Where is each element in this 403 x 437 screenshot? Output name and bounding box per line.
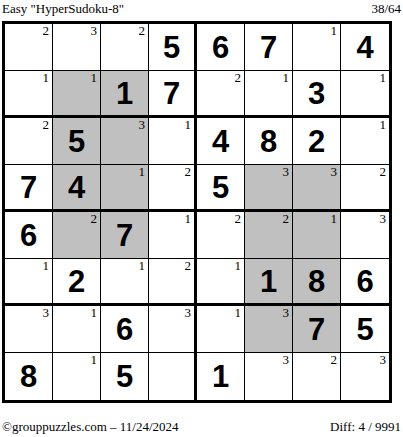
cell-r1c3[interactable]: 2 [101, 24, 149, 71]
cell-value: 7 [101, 212, 148, 258]
corner-mark: 2 [185, 259, 192, 273]
cell-r7c1[interactable]: 3 [5, 306, 53, 353]
corner-mark: 3 [380, 353, 387, 367]
cell-r1c2[interactable]: 3 [53, 24, 101, 71]
cell-r2c7[interactable]: 3 [293, 71, 341, 118]
corner-mark: 1 [185, 212, 192, 226]
corner-mark: 2 [91, 212, 98, 226]
cell-r8c7[interactable]: 2 [293, 353, 341, 400]
corner-mark: 1 [139, 259, 146, 273]
corner-mark: 3 [43, 306, 50, 320]
corner-mark: 3 [380, 212, 387, 226]
corner-mark: 2 [185, 165, 192, 179]
cell-r2c8[interactable]: 1 [341, 71, 389, 118]
corner-mark: 2 [139, 24, 146, 38]
corner-mark: 1 [235, 259, 242, 273]
filled-counter: 38/64 [371, 1, 401, 17]
cell-value: 1 [197, 353, 244, 400]
corner-mark: 3 [331, 165, 338, 179]
corner-mark: 3 [185, 306, 192, 320]
corner-mark: 1 [91, 71, 98, 85]
cell-r1c4[interactable]: 5 [149, 24, 197, 71]
cell-r7c3[interactable]: 6 [101, 306, 149, 353]
cell-r1c7[interactable]: 1 [293, 24, 341, 71]
corner-mark: 1 [235, 306, 242, 320]
cell-r4c7[interactable]: 3 [293, 165, 341, 212]
cell-value: 4 [197, 118, 244, 164]
cell-r8c5[interactable]: 1 [197, 353, 245, 400]
cell-r6c7[interactable]: 8 [293, 259, 341, 306]
cell-r5c4[interactable]: 1 [149, 212, 197, 259]
cell-r6c8[interactable]: 6 [341, 259, 389, 306]
cell-value: 5 [101, 353, 148, 400]
cell-value: 7 [293, 306, 340, 352]
copyright-text: ©grouppuzzles.com – 11/24/2024 [2, 419, 179, 435]
cell-r4c3[interactable]: 1 [101, 165, 149, 212]
header: Easy "HyperSudoku-8" 38/64 [2, 1, 401, 17]
corner-mark: 1 [43, 71, 50, 85]
cell-value: 4 [341, 24, 389, 70]
cell-value: 6 [197, 24, 244, 70]
corner-mark: 1 [91, 353, 98, 367]
corner-mark: 3 [139, 118, 146, 132]
cell-value: 8 [293, 259, 340, 303]
cell-r4c1[interactable]: 7 [5, 165, 53, 212]
cell-r5c1[interactable]: 6 [5, 212, 53, 259]
cell-r3c8[interactable]: 1 [341, 118, 389, 165]
cell-value: 5 [149, 24, 194, 70]
cell-r4c8[interactable]: 2 [341, 165, 389, 212]
cell-r5c3[interactable]: 7 [101, 212, 149, 259]
corner-mark: 1 [139, 165, 146, 179]
cell-r8c3[interactable]: 5 [101, 353, 149, 400]
cell-value: 2 [293, 118, 340, 164]
cell-r2c3[interactable]: 1 [101, 71, 149, 118]
corner-mark: 1 [43, 259, 50, 273]
page-title: Easy "HyperSudoku-8" [2, 1, 124, 17]
cell-value: 6 [341, 259, 389, 303]
cell-r7c8[interactable]: 5 [341, 306, 389, 353]
corner-mark: 2 [43, 118, 50, 132]
cell-r2c2[interactable]: 1 [53, 71, 101, 118]
corner-mark: 1 [91, 306, 98, 320]
cell-r7c5[interactable]: 1 [197, 306, 245, 353]
cell-r3c7[interactable]: 2 [293, 118, 341, 165]
cell-value: 8 [245, 118, 292, 164]
cell-value: 1 [101, 71, 148, 115]
cell-r6c1[interactable]: 1 [5, 259, 53, 306]
corner-mark: 3 [283, 165, 290, 179]
cell-r5c7[interactable]: 1 [293, 212, 341, 259]
corner-mark: 1 [331, 212, 338, 226]
cell-r2c6[interactable]: 1 [245, 71, 293, 118]
cell-r2c4[interactable]: 7 [149, 71, 197, 118]
cell-r3c1[interactable]: 2 [5, 118, 53, 165]
cell-r6c5[interactable]: 1 [197, 259, 245, 306]
footer: ©grouppuzzles.com – 11/24/2024 Diff: 4 /… [2, 419, 401, 435]
corner-mark: 3 [91, 24, 98, 38]
cell-r7c6[interactable]: 3 [245, 306, 293, 353]
cell-r5c2[interactable]: 2 [53, 212, 101, 259]
cell-r1c1[interactable]: 2 [5, 24, 53, 71]
cell-r3c3[interactable]: 3 [101, 118, 149, 165]
cell-r5c8[interactable]: 3 [341, 212, 389, 259]
cell-value: 6 [101, 306, 148, 352]
cell-r3c6[interactable]: 8 [245, 118, 293, 165]
cell-r7c4[interactable]: 3 [149, 306, 197, 353]
cell-r8c6[interactable]: 3 [245, 353, 293, 400]
puzzle-page: Easy "HyperSudoku-8" 38/64 2325671411172… [0, 0, 403, 437]
cell-r8c4[interactable] [149, 353, 197, 400]
cell-value: 5 [197, 165, 244, 209]
cell-r3c2[interactable]: 5 [53, 118, 101, 165]
cell-value: 7 [245, 24, 292, 70]
corner-mark: 1 [380, 71, 387, 85]
sudoku-grid: 2325671411172131253148217412533262712213… [2, 21, 392, 403]
corner-mark: 2 [235, 71, 242, 85]
cell-r4c2[interactable]: 4 [53, 165, 101, 212]
cell-r3c4[interactable]: 1 [149, 118, 197, 165]
cell-r2c5[interactable]: 2 [197, 71, 245, 118]
cell-r4c6[interactable]: 3 [245, 165, 293, 212]
cell-r8c1[interactable]: 8 [5, 353, 53, 400]
cell-r6c3[interactable]: 1 [101, 259, 149, 306]
corner-mark: 2 [380, 165, 387, 179]
cell-r3c5[interactable]: 4 [197, 118, 245, 165]
cell-r1c6[interactable]: 7 [245, 24, 293, 71]
cell-r7c7[interactable]: 7 [293, 306, 341, 353]
cell-r4c5[interactable]: 5 [197, 165, 245, 212]
corner-mark: 1 [283, 71, 290, 85]
cell-r8c8[interactable]: 3 [341, 353, 389, 400]
cell-r8c2[interactable]: 1 [53, 353, 101, 400]
cell-r6c6[interactable]: 1 [245, 259, 293, 306]
cell-value: 7 [5, 165, 52, 209]
corner-mark: 3 [283, 306, 290, 320]
cell-value: 3 [293, 71, 340, 115]
corner-mark: 2 [235, 212, 242, 226]
cell-r2c1[interactable]: 1 [5, 71, 53, 118]
corner-mark: 2 [43, 24, 50, 38]
cell-value: 5 [341, 306, 389, 352]
corner-mark: 1 [331, 24, 338, 38]
corner-mark: 2 [331, 353, 338, 367]
cell-r4c4[interactable]: 2 [149, 165, 197, 212]
cell-value: 4 [53, 165, 100, 209]
cell-value: 1 [245, 259, 292, 303]
cell-value: 2 [53, 259, 100, 303]
cell-r1c5[interactable]: 6 [197, 24, 245, 71]
corner-mark: 2 [283, 212, 290, 226]
difficulty-text: Diff: 4 / 9991 [330, 419, 401, 435]
cell-value: 6 [5, 212, 52, 258]
cell-r1c8[interactable]: 4 [341, 24, 389, 71]
corner-mark: 3 [283, 353, 290, 367]
cell-value: 5 [53, 118, 100, 164]
cell-r6c2[interactable]: 2 [53, 259, 101, 306]
cell-r7c2[interactable]: 1 [53, 306, 101, 353]
corner-mark: 1 [380, 118, 387, 132]
cell-value: 8 [5, 353, 52, 400]
cell-r5c6[interactable]: 2 [245, 212, 293, 259]
corner-mark: 1 [185, 118, 192, 132]
cell-value: 7 [149, 71, 194, 115]
cell-r6c4[interactable]: 2 [149, 259, 197, 306]
cell-r5c5[interactable]: 2 [197, 212, 245, 259]
